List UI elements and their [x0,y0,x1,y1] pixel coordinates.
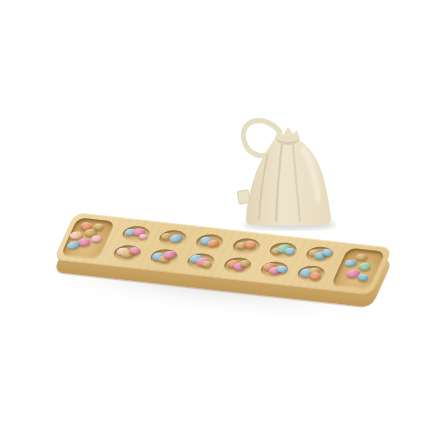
pit-top-2[interactable] [156,229,189,247]
stone-pink [162,251,177,259]
stone-blue [283,247,296,255]
product-scene [0,0,430,430]
stone-orange [206,240,220,247]
pit-top-3[interactable] [193,233,226,251]
pit-top-1[interactable] [119,225,152,243]
pit-bottom-1[interactable] [110,244,143,262]
pit-bottom-4[interactable] [221,256,254,274]
stone-teal [356,272,370,282]
stone-light_pink [138,234,148,240]
stone-gold [200,260,213,269]
pit-top-6[interactable] [303,245,336,263]
pit-bottom-6[interactable] [294,265,327,283]
pit-top-4[interactable] [229,237,262,255]
pit-bottom-5[interactable] [258,260,291,278]
stone-light_pink [89,235,102,243]
stone-gold [239,259,252,267]
stone-gold [355,253,369,261]
stone-blue [168,235,183,243]
pit-bottom-2[interactable] [147,248,180,266]
cloth-bag [232,106,336,232]
pit-top-5[interactable] [266,241,299,259]
stone-blue [344,259,358,267]
pit-bottom-3[interactable] [184,252,217,270]
